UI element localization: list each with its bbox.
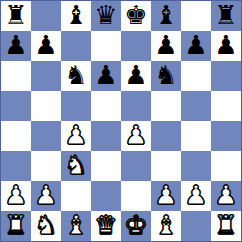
square-e5[interactable]	[121, 91, 151, 121]
square-d6[interactable]: ♟	[91, 61, 121, 91]
square-e7[interactable]	[121, 31, 151, 61]
square-b5[interactable]	[31, 91, 61, 121]
black-knight-icon: ♞	[154, 62, 177, 88]
white-pawn-icon: ♟	[34, 182, 57, 208]
square-f6[interactable]: ♞	[151, 61, 181, 91]
square-g6[interactable]	[181, 61, 211, 91]
square-g1[interactable]	[181, 211, 211, 241]
square-d5[interactable]	[91, 91, 121, 121]
square-a7[interactable]: ♟	[1, 31, 31, 61]
white-queen-icon: ♛	[94, 212, 117, 238]
square-g2[interactable]: ♟	[181, 181, 211, 211]
black-bishop-icon: ♝	[64, 2, 87, 28]
black-queen-icon: ♛	[94, 2, 117, 28]
square-h2[interactable]: ♟	[211, 181, 241, 211]
white-pawn-icon: ♟	[124, 122, 147, 148]
black-pawn-icon: ♟	[214, 32, 237, 58]
white-pawn-icon: ♟	[64, 122, 87, 148]
square-a1[interactable]: ♜	[1, 211, 31, 241]
square-h3[interactable]	[211, 151, 241, 181]
square-b4[interactable]	[31, 121, 61, 151]
square-c6[interactable]: ♞	[61, 61, 91, 91]
black-rook-icon: ♜	[214, 2, 237, 28]
square-a6[interactable]	[1, 61, 31, 91]
square-b3[interactable]	[31, 151, 61, 181]
square-c5[interactable]	[61, 91, 91, 121]
square-c2[interactable]	[61, 181, 91, 211]
square-e8[interactable]: ♚	[121, 1, 151, 31]
square-c3[interactable]: ♞	[61, 151, 91, 181]
square-e2[interactable]	[121, 181, 151, 211]
square-d2[interactable]	[91, 181, 121, 211]
square-d3[interactable]	[91, 151, 121, 181]
black-rook-icon: ♜	[4, 2, 27, 28]
square-b6[interactable]	[31, 61, 61, 91]
square-c4[interactable]: ♟	[61, 121, 91, 151]
black-pawn-icon: ♟	[154, 32, 177, 58]
square-d7[interactable]	[91, 31, 121, 61]
white-king-icon: ♚	[124, 212, 147, 238]
black-pawn-icon: ♟	[94, 62, 117, 88]
square-f3[interactable]	[151, 151, 181, 181]
square-f8[interactable]: ♝	[151, 1, 181, 31]
square-h7[interactable]: ♟	[211, 31, 241, 61]
square-h6[interactable]	[211, 61, 241, 91]
square-a8[interactable]: ♜	[1, 1, 31, 31]
black-king-icon: ♚	[124, 2, 147, 28]
square-d8[interactable]: ♛	[91, 1, 121, 31]
black-pawn-icon: ♟	[4, 32, 27, 58]
black-bishop-icon: ♝	[154, 2, 177, 28]
square-b7[interactable]: ♟	[31, 31, 61, 61]
white-bishop-icon: ♝	[154, 212, 177, 238]
square-b2[interactable]: ♟	[31, 181, 61, 211]
white-pawn-icon: ♟	[184, 182, 207, 208]
square-b8[interactable]	[31, 1, 61, 31]
square-b1[interactable]: ♞	[31, 211, 61, 241]
square-c8[interactable]: ♝	[61, 1, 91, 31]
square-h8[interactable]: ♜	[211, 1, 241, 31]
chess-board: ♜♝♛♚♝♜♟♟♟♟♟♞♟♟♞♟♟♞♟♟♟♟♟♜♞♝♛♚♝♜	[0, 0, 242, 242]
white-bishop-icon: ♝	[64, 212, 87, 238]
square-d4[interactable]	[91, 121, 121, 151]
white-pawn-icon: ♟	[214, 182, 237, 208]
white-pawn-icon: ♟	[154, 182, 177, 208]
square-c1[interactable]: ♝	[61, 211, 91, 241]
white-knight-icon: ♞	[64, 152, 87, 178]
square-d1[interactable]: ♛	[91, 211, 121, 241]
square-a3[interactable]	[1, 151, 31, 181]
square-g8[interactable]	[181, 1, 211, 31]
square-h1[interactable]: ♜	[211, 211, 241, 241]
square-g4[interactable]	[181, 121, 211, 151]
square-f1[interactable]: ♝	[151, 211, 181, 241]
square-e3[interactable]	[121, 151, 151, 181]
square-g7[interactable]: ♟	[181, 31, 211, 61]
black-knight-icon: ♞	[64, 62, 87, 88]
square-f7[interactable]: ♟	[151, 31, 181, 61]
square-e6[interactable]: ♟	[121, 61, 151, 91]
square-g5[interactable]	[181, 91, 211, 121]
square-a5[interactable]	[1, 91, 31, 121]
square-f4[interactable]	[151, 121, 181, 151]
black-pawn-icon: ♟	[184, 32, 207, 58]
square-g3[interactable]	[181, 151, 211, 181]
square-f5[interactable]	[151, 91, 181, 121]
square-e1[interactable]: ♚	[121, 211, 151, 241]
square-f2[interactable]: ♟	[151, 181, 181, 211]
square-h4[interactable]	[211, 121, 241, 151]
white-knight-icon: ♞	[34, 212, 57, 238]
white-rook-icon: ♜	[4, 212, 27, 238]
square-c7[interactable]	[61, 31, 91, 61]
square-e4[interactable]: ♟	[121, 121, 151, 151]
black-pawn-icon: ♟	[34, 32, 57, 58]
white-rook-icon: ♜	[214, 212, 237, 238]
square-a2[interactable]: ♟	[1, 181, 31, 211]
square-a4[interactable]	[1, 121, 31, 151]
square-h5[interactable]	[211, 91, 241, 121]
white-pawn-icon: ♟	[4, 182, 27, 208]
black-pawn-icon: ♟	[124, 62, 147, 88]
